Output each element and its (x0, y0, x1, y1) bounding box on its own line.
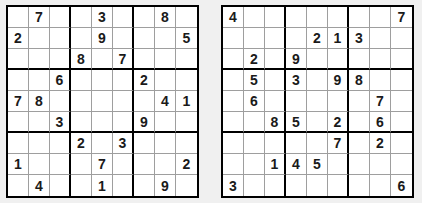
cell-right-r5c6 (328, 91, 349, 112)
cell-right-r5c2: 6 (244, 91, 265, 112)
cell-left-r7c5 (92, 133, 113, 154)
cell-right-r3c9 (391, 49, 412, 70)
cell-left-r3c7 (134, 49, 155, 70)
cell-left-r4c2 (29, 70, 50, 91)
cell-left-r1c2: 7 (29, 7, 50, 28)
cell-left-r5c4 (71, 91, 92, 112)
cell-right-r2c6: 1 (328, 28, 349, 49)
cell-left-r7c4: 2 (71, 133, 92, 154)
cell-right-r8c1 (223, 154, 244, 175)
cell-right-r8c7 (349, 154, 370, 175)
cell-right-r3c8 (370, 49, 391, 70)
cell-left-r5c6 (113, 91, 134, 112)
cell-left-r2c9: 5 (176, 28, 197, 49)
cell-left-r9c5: 1 (92, 175, 113, 196)
cell-right-r2c9 (391, 28, 412, 49)
cell-right-r6c6: 2 (328, 112, 349, 133)
cell-right-r3c2: 2 (244, 49, 265, 70)
cell-right-r9c5 (307, 175, 328, 196)
cell-left-r7c1 (8, 133, 29, 154)
cell-left-r8c9: 2 (176, 154, 197, 175)
cell-left-r2c6 (113, 28, 134, 49)
cell-right-r7c3 (265, 133, 286, 154)
cell-left-r6c5 (92, 112, 113, 133)
cell-left-r9c7 (134, 175, 155, 196)
cell-left-r3c6: 7 (113, 49, 134, 70)
cell-left-r7c3 (50, 133, 71, 154)
cell-right-r3c3 (265, 49, 286, 70)
cell-left-r4c9 (176, 70, 197, 91)
cell-right-r7c6: 7 (328, 133, 349, 154)
cell-left-r4c6 (113, 70, 134, 91)
cell-left-r9c6 (113, 175, 134, 196)
cell-left-r2c3 (50, 28, 71, 49)
cell-right-r8c8 (370, 154, 391, 175)
cell-right-r6c4: 5 (286, 112, 307, 133)
cell-left-r3c4: 8 (71, 49, 92, 70)
cell-left-r9c1 (8, 175, 29, 196)
cell-right-r6c9 (391, 112, 412, 133)
cell-right-r3c1 (223, 49, 244, 70)
cell-left-r1c4 (71, 7, 92, 28)
cell-right-r3c6 (328, 49, 349, 70)
cell-left-r1c8: 8 (155, 7, 176, 28)
cell-left-r9c8: 9 (155, 175, 176, 196)
cell-right-r2c3 (265, 28, 286, 49)
cell-left-r4c8 (155, 70, 176, 91)
cell-left-r2c4 (71, 28, 92, 49)
cell-right-r6c5 (307, 112, 328, 133)
cell-right-r2c8 (370, 28, 391, 49)
cell-left-r5c2: 8 (29, 91, 50, 112)
cell-right-r1c9: 7 (391, 7, 412, 28)
cell-right-r4c7: 8 (349, 70, 370, 91)
cell-right-r2c1 (223, 28, 244, 49)
cell-left-r4c5 (92, 70, 113, 91)
cell-right-r4c3 (265, 70, 286, 91)
cell-left-r9c4 (71, 175, 92, 196)
cell-right-r6c3: 8 (265, 112, 286, 133)
cell-right-r3c7 (349, 49, 370, 70)
cell-left-r1c6 (113, 7, 134, 28)
cell-right-r9c6 (328, 175, 349, 196)
cell-right-r4c1 (223, 70, 244, 91)
cell-right-r7c9 (391, 133, 412, 154)
cell-right-r1c5 (307, 7, 328, 28)
cell-right-r5c4 (286, 91, 307, 112)
cell-left-r3c3 (50, 49, 71, 70)
cell-left-r9c9 (176, 175, 197, 196)
cell-right-r1c3 (265, 7, 286, 28)
cell-right-r1c2 (244, 7, 265, 28)
cell-left-r6c4 (71, 112, 92, 133)
cell-right-r8c5: 5 (307, 154, 328, 175)
cell-right-r1c8 (370, 7, 391, 28)
cell-left-r6c6 (113, 112, 134, 133)
cell-left-r2c2 (29, 28, 50, 49)
cell-right-r3c5 (307, 49, 328, 70)
cell-left-r5c8: 4 (155, 91, 176, 112)
cell-right-r4c8 (370, 70, 391, 91)
cell-left-r5c7 (134, 91, 155, 112)
cell-left-r8c4 (71, 154, 92, 175)
cell-left-r2c1: 2 (8, 28, 29, 49)
cell-right-r5c3 (265, 91, 286, 112)
cell-left-r3c8 (155, 49, 176, 70)
cell-right-r6c1 (223, 112, 244, 133)
cell-right-r8c3: 1 (265, 154, 286, 175)
cell-right-r8c2 (244, 154, 265, 175)
cell-left-r2c7 (134, 28, 155, 49)
cell-right-r4c6: 9 (328, 70, 349, 91)
cell-right-r1c6 (328, 7, 349, 28)
cell-right-r9c9: 6 (391, 175, 412, 196)
cell-left-r1c5: 3 (92, 7, 113, 28)
cell-right-r6c8: 6 (370, 112, 391, 133)
cell-right-r7c7 (349, 133, 370, 154)
cell-left-r8c8 (155, 154, 176, 175)
cell-right-r9c8 (370, 175, 391, 196)
cell-left-r1c3 (50, 7, 71, 28)
cell-right-r6c7 (349, 112, 370, 133)
cell-left-r4c1 (8, 70, 29, 91)
cell-left-r1c7 (134, 7, 155, 28)
cell-left-r7c7 (134, 133, 155, 154)
cell-right-r5c8: 7 (370, 91, 391, 112)
cell-left-r7c2 (29, 133, 50, 154)
cell-right-r7c1 (223, 133, 244, 154)
cell-left-r6c3: 3 (50, 112, 71, 133)
cell-right-r4c4: 3 (286, 70, 307, 91)
cell-right-r5c1 (223, 91, 244, 112)
cell-right-r7c4 (286, 133, 307, 154)
cell-right-r2c4 (286, 28, 307, 49)
cell-right-r9c1: 3 (223, 175, 244, 196)
cell-right-r8c6 (328, 154, 349, 175)
cell-left-r8c3 (50, 154, 71, 175)
cell-right-r5c7 (349, 91, 370, 112)
cell-left-r3c9 (176, 49, 197, 70)
cell-left-r1c9 (176, 7, 197, 28)
cell-right-r8c4: 4 (286, 154, 307, 175)
cell-right-r9c4 (286, 175, 307, 196)
cell-left-r3c1 (8, 49, 29, 70)
cell-left-r9c3 (50, 175, 71, 196)
cell-right-r4c9 (391, 70, 412, 91)
cell-left-r5c5 (92, 91, 113, 112)
cell-right-r5c5 (307, 91, 328, 112)
cell-left-r4c3: 6 (50, 70, 71, 91)
cell-left-r1c1 (8, 7, 29, 28)
cell-left-r8c2 (29, 154, 50, 175)
cell-left-r7c6: 3 (113, 133, 134, 154)
cell-right-r3c4: 9 (286, 49, 307, 70)
cell-right-r1c7 (349, 7, 370, 28)
sudoku-boards-row: 738295876278413923172419 472132953986785… (0, 0, 422, 198)
cell-right-r7c5 (307, 133, 328, 154)
cell-left-r4c7: 2 (134, 70, 155, 91)
cell-left-r6c9 (176, 112, 197, 133)
cell-right-r7c2 (244, 133, 265, 154)
cell-right-r7c8: 2 (370, 133, 391, 154)
cell-left-r6c1 (8, 112, 29, 133)
cell-right-r5c9 (391, 91, 412, 112)
cell-left-r8c1: 1 (8, 154, 29, 175)
cell-right-r1c4 (286, 7, 307, 28)
cell-left-r2c5: 9 (92, 28, 113, 49)
cell-right-r8c9 (391, 154, 412, 175)
cell-left-r2c8 (155, 28, 176, 49)
cell-left-r6c7: 9 (134, 112, 155, 133)
sudoku-grid-left: 738295876278413923172419 (6, 5, 199, 198)
cell-right-r1c1: 4 (223, 7, 244, 28)
cell-right-r2c2 (244, 28, 265, 49)
cell-left-r6c8 (155, 112, 176, 133)
cell-left-r8c5: 7 (92, 154, 113, 175)
cell-right-r4c2: 5 (244, 70, 265, 91)
cell-left-r8c7 (134, 154, 155, 175)
cell-right-r9c3 (265, 175, 286, 196)
cell-left-r4c4 (71, 70, 92, 91)
sudoku-grid-right: 472132953986785267214536 (221, 5, 414, 198)
cell-right-r9c7 (349, 175, 370, 196)
cell-left-r5c9: 1 (176, 91, 197, 112)
cell-left-r7c9 (176, 133, 197, 154)
cell-left-r6c2 (29, 112, 50, 133)
cell-right-r6c2 (244, 112, 265, 133)
cell-left-r7c8 (155, 133, 176, 154)
cell-right-r2c7: 3 (349, 28, 370, 49)
cell-left-r3c5 (92, 49, 113, 70)
cell-left-r9c2: 4 (29, 175, 50, 196)
cell-right-r2c5: 2 (307, 28, 328, 49)
cell-right-r4c5 (307, 70, 328, 91)
cell-left-r5c3 (50, 91, 71, 112)
cell-right-r9c2 (244, 175, 265, 196)
cell-left-r5c1: 7 (8, 91, 29, 112)
cell-left-r3c2 (29, 49, 50, 70)
cell-left-r8c6 (113, 154, 134, 175)
